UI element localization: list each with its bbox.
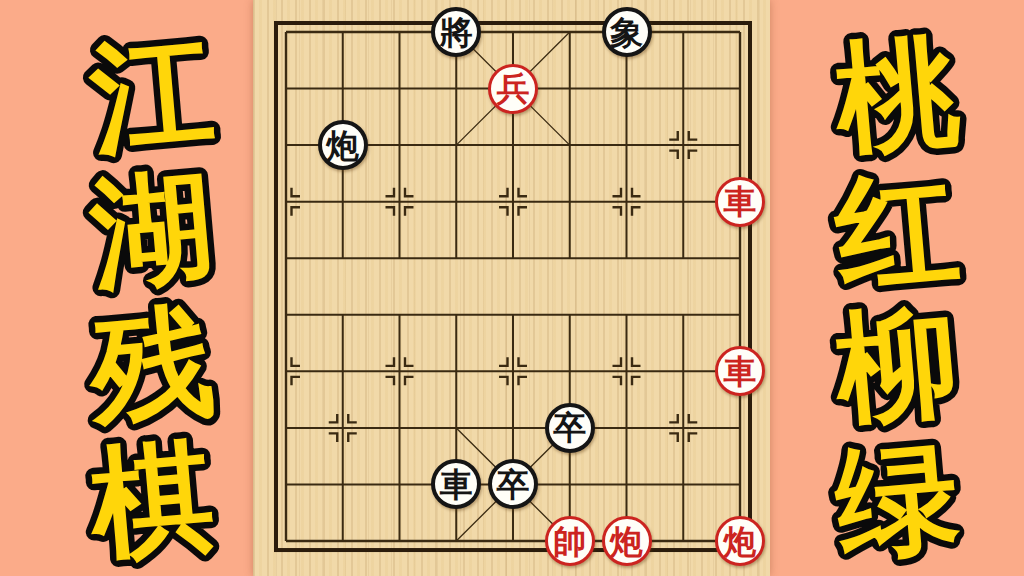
banner-right-char-4: 绿 <box>829 427 963 573</box>
piece-red-chariot[interactable]: 車 <box>715 177 765 227</box>
banner-right: 桃 红 柳 绿 <box>815 0 980 576</box>
piece-red-cannon[interactable]: 炮 <box>715 516 765 566</box>
xiangqi-board: 將象兵炮車車卒車卒帥炮炮 <box>253 0 770 576</box>
banner-right-char-1: 桃 <box>827 22 964 168</box>
piece-red-general[interactable]: 帥 <box>545 516 595 566</box>
piece-black-cannon[interactable]: 炮 <box>318 120 368 170</box>
banner-left-char-1: 江 <box>83 22 218 168</box>
banner-right-char-2: 红 <box>828 157 963 303</box>
piece-black-chariot[interactable]: 車 <box>431 459 481 509</box>
banner-right-char-3: 柳 <box>827 292 963 438</box>
piece-black-soldier[interactable]: 卒 <box>488 459 538 509</box>
piece-red-cannon[interactable]: 炮 <box>602 516 652 566</box>
banner-left-char-4: 棋 <box>82 427 218 573</box>
piece-black-general[interactable]: 將 <box>431 7 481 57</box>
banner-left-char-2: 湖 <box>84 157 218 303</box>
piece-black-soldier[interactable]: 卒 <box>545 403 595 453</box>
pieces-layer: 將象兵炮車車卒車卒帥炮炮 <box>253 0 770 576</box>
piece-black-elephant[interactable]: 象 <box>602 7 652 57</box>
piece-red-soldier[interactable]: 兵 <box>488 64 538 114</box>
banner-left-char-3: 残 <box>81 292 218 438</box>
piece-red-chariot[interactable]: 車 <box>715 346 765 396</box>
banner-left: 江 湖 残 棋 <box>70 0 235 576</box>
